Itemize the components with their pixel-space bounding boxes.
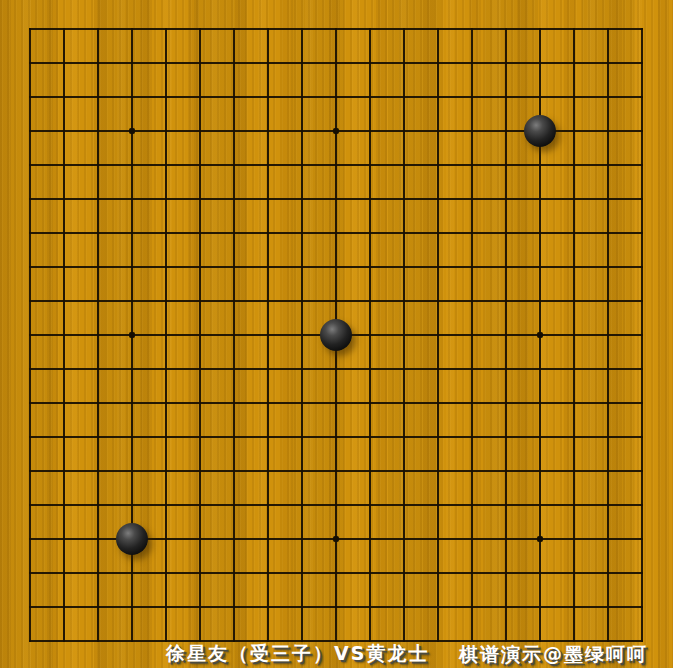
star-point <box>129 332 135 338</box>
caption-watermark: 棋谱演示@墨绿呵呵 <box>459 642 648 668</box>
star-point <box>537 536 543 542</box>
star-point <box>537 332 543 338</box>
black-stone <box>524 115 556 147</box>
star-point <box>129 128 135 134</box>
black-stone <box>320 319 352 351</box>
goban: 徐星友（受三子）VS黄龙士 棋谱演示@墨绿呵呵 <box>0 0 673 668</box>
star-point <box>333 128 339 134</box>
star-point <box>333 536 339 542</box>
caption-players: 徐星友（受三子）VS黄龙士 <box>166 641 429 667</box>
black-stone <box>116 523 148 555</box>
